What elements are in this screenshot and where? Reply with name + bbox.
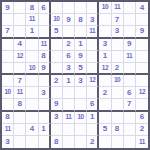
cell-r4c4[interactable]: 11: [39, 39, 51, 51]
cell-r8c4[interactable]: 3: [39, 87, 51, 99]
cell-r7c11[interactable]: [124, 75, 136, 87]
cell-r9c7[interactable]: [75, 99, 87, 111]
cell-r9c10[interactable]: [112, 99, 124, 111]
cell-r1c9[interactable]: 10: [99, 2, 111, 14]
cell-r8c8[interactable]: [87, 87, 99, 99]
cell-r5c4[interactable]: 8: [39, 51, 51, 63]
cell-r11c10[interactable]: 8: [112, 124, 124, 136]
cell-r3c12[interactable]: 9: [136, 26, 148, 38]
cell-r7c1[interactable]: [2, 75, 14, 87]
cell-r7c12[interactable]: [136, 75, 148, 87]
cell-r3c9[interactable]: [99, 26, 111, 38]
cell-r9c6[interactable]: [63, 99, 75, 111]
cell-r12c3[interactable]: [26, 136, 38, 148]
cell-r11c6[interactable]: [63, 124, 75, 136]
cell-r4c2[interactable]: 4: [14, 39, 26, 51]
cell-r1c3[interactable]: 8: [26, 2, 38, 14]
cell-r3c4[interactable]: [39, 26, 51, 38]
cell-r9c12[interactable]: [136, 99, 148, 111]
cell-r8c6[interactable]: [63, 87, 75, 99]
cell-r6c8[interactable]: [87, 63, 99, 75]
cell-r10c6[interactable]: 11: [63, 112, 75, 124]
cell-r8c1[interactable]: 10: [2, 87, 14, 99]
cell-r8c9[interactable]: 2: [99, 87, 111, 99]
cell-r6c11[interactable]: [124, 63, 136, 75]
cell-r8c2[interactable]: 11: [14, 87, 26, 99]
cell-r1c1[interactable]: 9: [2, 2, 14, 14]
cell-r4c7[interactable]: 1: [75, 39, 87, 51]
cell-r3c2[interactable]: [14, 26, 26, 38]
cell-r7c5[interactable]: 2: [51, 75, 63, 87]
cell-r7c10[interactable]: 10: [112, 75, 124, 87]
cell-r12c10[interactable]: [112, 136, 124, 148]
cell-r3c10[interactable]: 3: [112, 26, 124, 38]
cell-r11c12[interactable]: 2: [136, 124, 148, 136]
cell-r4c10[interactable]: [112, 39, 124, 51]
cell-r9c9[interactable]: [99, 99, 111, 111]
cell-r2c4[interactable]: [39, 14, 51, 26]
cell-r2c11[interactable]: [124, 14, 136, 26]
cell-r2c6[interactable]: 9: [63, 14, 75, 26]
cell-r2c3[interactable]: 11: [26, 14, 38, 26]
cell-r10c4[interactable]: [39, 112, 51, 124]
cell-r2c7[interactable]: 8: [75, 14, 87, 26]
cell-r12c4[interactable]: [39, 136, 51, 148]
cell-r11c11[interactable]: [124, 124, 136, 136]
cell-r11c3[interactable]: 4: [26, 124, 38, 136]
cell-r9c4[interactable]: [39, 99, 51, 111]
cell-r12c9[interactable]: [99, 136, 111, 148]
cell-r8c12[interactable]: 12: [136, 87, 148, 99]
cell-r1c12[interactable]: 4: [136, 2, 148, 14]
cell-r1c7[interactable]: [75, 2, 87, 14]
cell-r8c7[interactable]: [75, 87, 87, 99]
cell-r12c6[interactable]: [63, 136, 75, 148]
cell-r12c2[interactable]: [14, 136, 26, 148]
cell-r6c4[interactable]: 9: [39, 63, 51, 75]
cell-r10c1[interactable]: 8: [2, 112, 14, 124]
cell-r5c6[interactable]: 6: [63, 51, 75, 63]
cell-r7c9[interactable]: [99, 75, 111, 87]
cell-r8c11[interactable]: 6: [124, 87, 136, 99]
cell-r4c1[interactable]: [2, 39, 14, 51]
cell-r1c11[interactable]: [124, 2, 136, 14]
cell-r5c8[interactable]: [87, 51, 99, 63]
cell-r8c10[interactable]: [112, 87, 124, 99]
cell-r10c7[interactable]: 10: [75, 112, 87, 124]
cell-r9c3[interactable]: [26, 99, 38, 111]
cell-r4c5[interactable]: [51, 39, 63, 51]
cell-r7c3[interactable]: [26, 75, 38, 87]
cell-r6c1[interactable]: [2, 63, 14, 75]
cell-r6c5[interactable]: [51, 63, 63, 75]
cell-r10c12[interactable]: 6: [136, 112, 148, 124]
cell-r4c12[interactable]: [136, 39, 148, 51]
cell-r12c7[interactable]: [75, 136, 87, 148]
cell-r5c7[interactable]: 9: [75, 51, 87, 63]
cell-r2c12[interactable]: [136, 14, 148, 26]
cell-r2c8[interactable]: 3: [87, 14, 99, 26]
cell-r11c1[interactable]: 11: [2, 124, 14, 136]
cell-r8c3[interactable]: [26, 87, 38, 99]
cell-r3c7[interactable]: [75, 26, 87, 38]
cell-r9c2[interactable]: 8: [14, 99, 26, 111]
cell-r1c5[interactable]: [51, 2, 63, 14]
cell-r3c5[interactable]: 5: [51, 26, 63, 38]
cell-r8c5[interactable]: [51, 87, 63, 99]
cell-r6c12[interactable]: [136, 63, 148, 75]
cell-r4c9[interactable]: 3: [99, 39, 111, 51]
cell-r3c1[interactable]: 7: [2, 26, 14, 38]
cell-r7c4[interactable]: [39, 75, 51, 87]
cell-r9c11[interactable]: 7: [124, 99, 136, 111]
cell-r10c2[interactable]: [14, 112, 26, 124]
cell-r5c1[interactable]: [2, 51, 14, 63]
cell-r6c10[interactable]: 2: [112, 63, 124, 75]
cell-r11c4[interactable]: 1: [39, 124, 51, 136]
cell-r7c8[interactable]: 12: [87, 75, 99, 87]
cell-r1c10[interactable]: 11: [112, 2, 124, 14]
cell-r10c9[interactable]: [99, 112, 111, 124]
cell-r5c9[interactable]: 1: [99, 51, 111, 63]
cell-r3c8[interactable]: 11: [87, 26, 99, 38]
cell-r12c12[interactable]: 11: [136, 136, 148, 148]
cell-r11c2[interactable]: [14, 124, 26, 136]
cell-r5c3[interactable]: [26, 51, 38, 63]
cell-r4c6[interactable]: 2: [63, 39, 75, 51]
cell-r12c8[interactable]: 2: [87, 136, 99, 148]
cell-r4c11[interactable]: 9: [124, 39, 136, 51]
cell-r10c11[interactable]: [124, 112, 136, 124]
cell-r9c1[interactable]: [2, 99, 14, 111]
cell-r3c3[interactable]: 1: [26, 26, 38, 38]
cell-r4c8[interactable]: [87, 39, 99, 51]
cell-r2c1[interactable]: [2, 14, 14, 26]
cell-r12c5[interactable]: 8: [51, 136, 63, 148]
cell-r7c6[interactable]: 1: [63, 75, 75, 87]
cell-r2c2[interactable]: [14, 14, 26, 26]
cell-r6c6[interactable]: 3: [63, 63, 75, 75]
cell-r11c8[interactable]: [87, 124, 99, 136]
cell-r7c2[interactable]: 7: [14, 75, 26, 87]
cell-r6c9[interactable]: 12: [99, 63, 111, 75]
cell-r5c5[interactable]: [51, 51, 63, 63]
cell-r11c5[interactable]: [51, 124, 63, 136]
sudoku-board: 9861011411109837715113941121391286911110…: [0, 0, 150, 150]
cell-r10c3[interactable]: [26, 112, 38, 124]
cell-r10c10[interactable]: [112, 112, 124, 124]
cell-r1c6[interactable]: [63, 2, 75, 14]
cell-r5c11[interactable]: 11: [124, 51, 136, 63]
cell-r12c1[interactable]: 3: [2, 136, 14, 148]
cell-r1c2[interactable]: [14, 2, 26, 14]
cell-r10c8[interactable]: 1: [87, 112, 99, 124]
cell-r3c11[interactable]: [124, 26, 136, 38]
cell-r9c5[interactable]: 9: [51, 99, 63, 111]
cell-r5c12[interactable]: [136, 51, 148, 63]
cell-r2c5[interactable]: 10: [51, 14, 63, 26]
cell-r6c2[interactable]: [14, 63, 26, 75]
cell-r5c2[interactable]: 12: [14, 51, 26, 63]
cell-r1c4[interactable]: 6: [39, 2, 51, 14]
cell-r2c10[interactable]: 7: [112, 14, 124, 26]
cell-r5c10[interactable]: [112, 51, 124, 63]
cell-r6c3[interactable]: 10: [26, 63, 38, 75]
cell-r9c8[interactable]: 6: [87, 99, 99, 111]
cell-r3c6[interactable]: [63, 26, 75, 38]
cell-r11c7[interactable]: [75, 124, 87, 136]
cell-r6c7[interactable]: 5: [75, 63, 87, 75]
cell-r11c9[interactable]: 5: [99, 124, 111, 136]
cell-r10c5[interactable]: 3: [51, 112, 63, 124]
cell-r7c7[interactable]: 3: [75, 75, 87, 87]
cell-r4c3[interactable]: [26, 39, 38, 51]
cell-r2c9[interactable]: [99, 14, 111, 26]
cell-r1c8[interactable]: [87, 2, 99, 14]
cell-r12c11[interactable]: [124, 136, 136, 148]
